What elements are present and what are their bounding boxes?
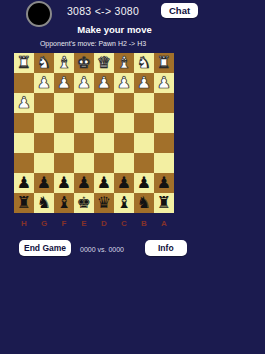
square-d6[interactable] xyxy=(94,153,114,173)
file-label-e: E xyxy=(74,218,94,230)
white-king: ♚ xyxy=(77,53,91,73)
black-pawn: ♟ xyxy=(157,173,171,193)
square-f8[interactable]: ♝ xyxy=(54,193,74,213)
square-e6[interactable] xyxy=(74,153,94,173)
square-c6[interactable] xyxy=(114,153,134,173)
square-h3[interactable]: ♟ xyxy=(14,93,34,113)
file-label-b: B xyxy=(134,218,154,230)
end-game-button[interactable]: End Game xyxy=(19,240,71,256)
square-b5[interactable] xyxy=(134,133,154,153)
square-d3[interactable] xyxy=(94,93,114,113)
white-pawn: ♟ xyxy=(137,73,151,93)
square-e4[interactable] xyxy=(74,113,94,133)
square-h5[interactable] xyxy=(14,133,34,153)
square-c8[interactable]: ♝ xyxy=(114,193,134,213)
square-d1[interactable]: ♛ xyxy=(94,53,114,73)
square-f2[interactable]: ♟ xyxy=(54,73,74,93)
white-knight: ♞ xyxy=(37,53,51,73)
white-bishop: ♝ xyxy=(57,53,71,73)
square-g4[interactable] xyxy=(34,113,54,133)
black-bishop: ♝ xyxy=(117,193,131,213)
square-b2[interactable]: ♟ xyxy=(134,73,154,93)
white-rook: ♜ xyxy=(17,53,31,73)
white-pawn: ♟ xyxy=(17,93,31,113)
square-c1[interactable]: ♝ xyxy=(114,53,134,73)
black-pawn: ♟ xyxy=(57,173,71,193)
square-h7[interactable]: ♟ xyxy=(14,173,34,193)
square-a4[interactable] xyxy=(154,113,174,133)
white-pawn: ♟ xyxy=(77,73,91,93)
square-d7[interactable]: ♟ xyxy=(94,173,114,193)
square-g8[interactable]: ♞ xyxy=(34,193,54,213)
square-e1[interactable]: ♚ xyxy=(74,53,94,73)
square-f7[interactable]: ♟ xyxy=(54,173,74,193)
black-pawn: ♟ xyxy=(137,173,151,193)
square-a1[interactable]: ♜ xyxy=(154,53,174,73)
chess-app: 3083 <-> 3080 Chat Make your move Oppone… xyxy=(0,0,265,354)
white-pawn: ♟ xyxy=(37,73,51,93)
black-queen: ♛ xyxy=(97,193,111,213)
square-f5[interactable] xyxy=(54,133,74,153)
black-pawn: ♟ xyxy=(117,173,131,193)
square-h6[interactable] xyxy=(14,153,34,173)
square-g1[interactable]: ♞ xyxy=(34,53,54,73)
square-e7[interactable]: ♟ xyxy=(74,173,94,193)
square-h4[interactable] xyxy=(14,113,34,133)
last-move-text: Opponent's move: Pawn H2 -> H3 xyxy=(0,40,186,47)
square-e8[interactable]: ♚ xyxy=(74,193,94,213)
square-c4[interactable] xyxy=(114,113,134,133)
black-knight: ♞ xyxy=(137,193,151,213)
square-b6[interactable] xyxy=(134,153,154,173)
square-g2[interactable]: ♟ xyxy=(34,73,54,93)
file-label-a: A xyxy=(154,218,174,230)
black-bishop: ♝ xyxy=(57,193,71,213)
white-bishop: ♝ xyxy=(117,53,131,73)
white-rook: ♜ xyxy=(157,53,171,73)
chat-button[interactable]: Chat xyxy=(161,3,198,18)
square-e2[interactable]: ♟ xyxy=(74,73,94,93)
square-g6[interactable] xyxy=(34,153,54,173)
square-c5[interactable] xyxy=(114,133,134,153)
square-b3[interactable] xyxy=(134,93,154,113)
square-e5[interactable] xyxy=(74,133,94,153)
square-f6[interactable] xyxy=(54,153,74,173)
black-pawn: ♟ xyxy=(17,173,31,193)
file-label-c: C xyxy=(114,218,134,230)
score-text: 0000 vs. 0000 xyxy=(68,246,136,253)
square-d4[interactable] xyxy=(94,113,114,133)
black-rook: ♜ xyxy=(17,193,31,213)
chess-board: ♜♞♝♚♛♝♞♜♟♟♟♟♟♟♟♟♟♟♟♟♟♟♟♟♜♞♝♚♛♝♞♜ xyxy=(14,53,174,213)
black-rook: ♜ xyxy=(157,193,171,213)
square-b4[interactable] xyxy=(134,113,154,133)
square-f3[interactable] xyxy=(54,93,74,113)
square-c7[interactable]: ♟ xyxy=(114,173,134,193)
file-labels: HGFEDCBA xyxy=(14,218,174,230)
turn-prompt: Make your move xyxy=(0,24,229,35)
black-knight: ♞ xyxy=(37,193,51,213)
black-king: ♚ xyxy=(77,193,91,213)
square-g5[interactable] xyxy=(34,133,54,153)
square-c3[interactable] xyxy=(114,93,134,113)
square-b7[interactable]: ♟ xyxy=(134,173,154,193)
file-label-d: D xyxy=(94,218,114,230)
square-h8[interactable]: ♜ xyxy=(14,193,34,213)
file-label-h: H xyxy=(14,218,34,230)
square-d8[interactable]: ♛ xyxy=(94,193,114,213)
square-h2[interactable] xyxy=(14,73,34,93)
file-label-g: G xyxy=(34,218,54,230)
square-a5[interactable] xyxy=(154,133,174,153)
square-a8[interactable]: ♜ xyxy=(154,193,174,213)
square-d2[interactable]: ♟ xyxy=(94,73,114,93)
square-g7[interactable]: ♟ xyxy=(34,173,54,193)
square-g3[interactable] xyxy=(34,93,54,113)
square-b1[interactable]: ♞ xyxy=(134,53,154,73)
square-a2[interactable]: ♟ xyxy=(154,73,174,93)
black-pawn: ♟ xyxy=(97,173,111,193)
square-b8[interactable]: ♞ xyxy=(134,193,154,213)
square-f1[interactable]: ♝ xyxy=(54,53,74,73)
white-pawn: ♟ xyxy=(57,73,71,93)
file-label-f: F xyxy=(54,218,74,230)
info-button[interactable]: Info xyxy=(145,240,187,256)
white-knight: ♞ xyxy=(137,53,151,73)
square-h1[interactable]: ♜ xyxy=(14,53,34,73)
square-e3[interactable] xyxy=(74,93,94,113)
white-pawn: ♟ xyxy=(117,73,131,93)
square-f4[interactable] xyxy=(54,113,74,133)
square-d5[interactable] xyxy=(94,133,114,153)
black-pawn: ♟ xyxy=(37,173,51,193)
square-a6[interactable] xyxy=(154,153,174,173)
black-pawn: ♟ xyxy=(77,173,91,193)
white-pawn: ♟ xyxy=(157,73,171,93)
square-a3[interactable] xyxy=(154,93,174,113)
white-pawn: ♟ xyxy=(97,73,111,93)
square-c2[interactable]: ♟ xyxy=(114,73,134,93)
square-a7[interactable]: ♟ xyxy=(154,173,174,193)
white-queen: ♛ xyxy=(97,53,111,73)
